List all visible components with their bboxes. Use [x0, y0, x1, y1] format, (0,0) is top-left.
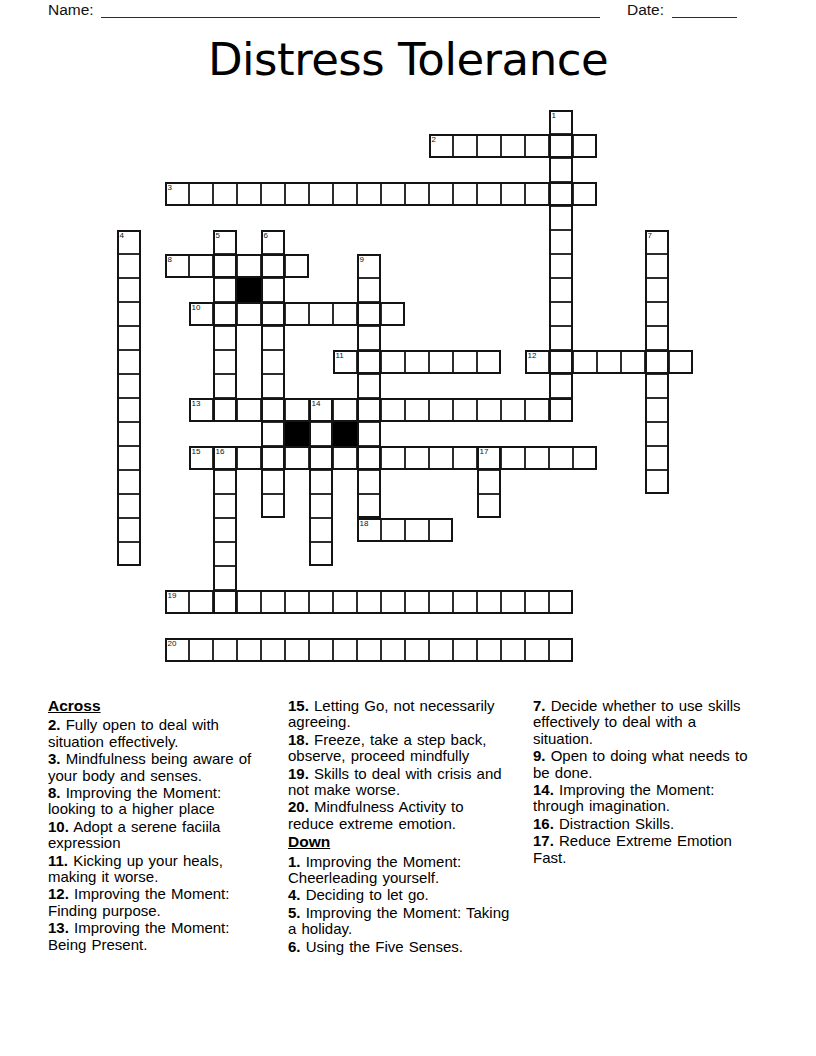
cell[interactable] [381, 446, 405, 470]
clue-16: 16. Distraction Skills. [533, 816, 751, 832]
clue-number: 1. [288, 853, 301, 870]
cell[interactable] [261, 398, 285, 422]
cell[interactable] [357, 302, 381, 326]
cell[interactable] [453, 134, 477, 158]
cell[interactable] [309, 302, 333, 326]
cell[interactable] [501, 590, 525, 614]
cell[interactable] [429, 350, 453, 374]
cell[interactable] [261, 254, 285, 278]
cell[interactable] [333, 398, 357, 422]
cell[interactable] [357, 638, 381, 662]
cell[interactable] [573, 134, 597, 158]
cell[interactable] [525, 350, 549, 374]
cell[interactable] [549, 278, 573, 302]
cell[interactable] [213, 518, 237, 542]
cell[interactable] [453, 638, 477, 662]
cell[interactable] [477, 494, 501, 518]
cell[interactable] [669, 350, 693, 374]
cell[interactable] [381, 638, 405, 662]
across-heading: Across [48, 698, 254, 714]
cell[interactable] [261, 326, 285, 350]
cell[interactable] [645, 470, 669, 494]
clue-number: 2. [48, 716, 61, 733]
clue-19: 19. Skills to deal with crisis and not m… [288, 766, 512, 799]
cell[interactable] [117, 470, 141, 494]
cell[interactable] [237, 590, 261, 614]
cell[interactable] [501, 134, 525, 158]
cell[interactable] [357, 398, 381, 422]
cell[interactable] [357, 278, 381, 302]
cell[interactable] [381, 182, 405, 206]
cell[interactable] [117, 302, 141, 326]
cell[interactable] [549, 398, 573, 422]
cell[interactable] [261, 230, 285, 254]
clue-10: 10. Adopt a serene faciila expression [48, 819, 254, 852]
cell[interactable] [525, 590, 549, 614]
black-cell [237, 278, 261, 302]
clue-3: 3. Mindfulness being aware of your body … [48, 751, 254, 784]
cell[interactable] [357, 590, 381, 614]
cell[interactable] [381, 302, 405, 326]
cell[interactable] [237, 254, 261, 278]
cell[interactable] [285, 182, 309, 206]
cell[interactable] [189, 590, 213, 614]
clue-number: 14. [533, 781, 554, 798]
clue-number: 16. [533, 815, 554, 832]
cell[interactable] [237, 182, 261, 206]
cell[interactable] [309, 422, 333, 446]
clue-number: 18. [288, 731, 309, 748]
cell[interactable] [357, 470, 381, 494]
cell[interactable] [213, 542, 237, 566]
cell[interactable] [213, 374, 237, 398]
cell[interactable] [429, 398, 453, 422]
clue-number: 3. [48, 750, 61, 767]
cell[interactable] [645, 326, 669, 350]
clue-number: 4. [288, 886, 301, 903]
clue-number: 13. [48, 919, 69, 936]
cell[interactable] [213, 326, 237, 350]
name-label: Name: [48, 1, 94, 19]
cell[interactable] [261, 374, 285, 398]
cell[interactable] [357, 374, 381, 398]
cell[interactable] [237, 446, 261, 470]
cell[interactable] [261, 350, 285, 374]
cell[interactable] [213, 254, 237, 278]
cell[interactable] [261, 470, 285, 494]
cell[interactable] [477, 350, 501, 374]
cell[interactable] [549, 182, 573, 206]
clue-5: 5. Improving the Moment: Taking a holida… [288, 905, 512, 938]
crossword-grid: 1234567891011121314151617181920 [117, 110, 693, 662]
cell[interactable] [189, 182, 213, 206]
cell[interactable] [549, 230, 573, 254]
clue-column-down: 7. Decide whether to use skills effectiv… [533, 698, 751, 867]
cell[interactable] [501, 182, 525, 206]
cell[interactable] [309, 638, 333, 662]
cell[interactable] [333, 638, 357, 662]
cell[interactable] [117, 446, 141, 470]
cell[interactable] [333, 590, 357, 614]
cell[interactable] [549, 158, 573, 182]
clue-number: 10. [48, 818, 69, 835]
clue-7: 7. Decide whether to use skills effectiv… [533, 698, 751, 747]
cell[interactable] [309, 542, 333, 566]
cell[interactable] [453, 590, 477, 614]
cell[interactable] [573, 446, 597, 470]
cell[interactable] [261, 494, 285, 518]
clue-number: 9. [533, 747, 546, 764]
cell[interactable] [333, 446, 357, 470]
cell[interactable] [477, 638, 501, 662]
cell[interactable] [117, 278, 141, 302]
cell[interactable] [477, 446, 501, 470]
black-cell [285, 422, 309, 446]
cell[interactable] [117, 326, 141, 350]
cell[interactable] [429, 182, 453, 206]
cell[interactable] [645, 374, 669, 398]
cell[interactable] [117, 422, 141, 446]
cell[interactable] [549, 134, 573, 158]
cell[interactable] [597, 350, 621, 374]
cell[interactable] [213, 494, 237, 518]
clue-number: 6. [288, 938, 301, 955]
name-blank-line[interactable] [101, 17, 600, 18]
cell[interactable] [501, 398, 525, 422]
cell[interactable] [549, 446, 573, 470]
cell[interactable] [645, 254, 669, 278]
cell[interactable] [213, 638, 237, 662]
cell[interactable] [405, 398, 429, 422]
cell[interactable] [261, 182, 285, 206]
clue-15: 15. Letting Go, not necessarily agreeing… [288, 698, 512, 731]
cell[interactable] [405, 518, 429, 542]
cell[interactable] [645, 398, 669, 422]
cell[interactable] [309, 518, 333, 542]
cell[interactable] [645, 350, 669, 374]
cell[interactable] [309, 470, 333, 494]
clue-12: 12. Improving the Moment: Finding purpos… [48, 886, 254, 919]
cell[interactable] [453, 182, 477, 206]
cell[interactable] [261, 278, 285, 302]
cell[interactable] [621, 350, 645, 374]
cell[interactable] [237, 398, 261, 422]
clue-9: 9. Open to doing what needs to be done. [533, 748, 751, 781]
cell[interactable] [333, 350, 357, 374]
cell[interactable] [477, 134, 501, 158]
cell[interactable] [189, 446, 213, 470]
cell[interactable] [165, 590, 189, 614]
cell[interactable] [525, 398, 549, 422]
cell[interactable] [357, 182, 381, 206]
cell[interactable] [213, 470, 237, 494]
cell[interactable] [285, 398, 309, 422]
cell[interactable] [453, 398, 477, 422]
cell[interactable] [525, 134, 549, 158]
clue-17: 17. Reduce Extreme Emotion Fast. [533, 833, 751, 866]
cell[interactable] [381, 398, 405, 422]
cell[interactable] [405, 350, 429, 374]
cell[interactable] [549, 350, 573, 374]
cell[interactable] [309, 182, 333, 206]
cell[interactable] [309, 446, 333, 470]
cell[interactable] [549, 302, 573, 326]
cell[interactable] [357, 326, 381, 350]
cell[interactable] [477, 470, 501, 494]
clue-number: 5. [288, 904, 301, 921]
cell[interactable] [501, 446, 525, 470]
cell[interactable] [357, 422, 381, 446]
clue-number: 20. [288, 798, 309, 815]
cell[interactable] [117, 374, 141, 398]
cell[interactable] [405, 638, 429, 662]
cell[interactable] [357, 494, 381, 518]
cell[interactable] [333, 182, 357, 206]
clue-number: 19. [288, 765, 309, 782]
clue-2: 2. Fully open to deal with situation eff… [48, 717, 254, 750]
cell[interactable] [237, 638, 261, 662]
cell[interactable] [309, 494, 333, 518]
cell[interactable] [213, 446, 237, 470]
cell[interactable] [525, 638, 549, 662]
clue-20: 20. Mindfulness Activity to reduce extre… [288, 799, 512, 832]
cell[interactable] [117, 398, 141, 422]
cell[interactable] [213, 566, 237, 590]
down-heading: Down [288, 834, 512, 850]
cell[interactable] [285, 302, 309, 326]
cell[interactable] [237, 302, 261, 326]
cell[interactable] [549, 110, 573, 134]
cell[interactable] [645, 446, 669, 470]
cell[interactable] [213, 182, 237, 206]
cell[interactable] [309, 398, 333, 422]
cell[interactable] [357, 350, 381, 374]
cell[interactable] [501, 638, 525, 662]
cell[interactable] [453, 350, 477, 374]
date-blank-line[interactable] [672, 17, 737, 18]
cell[interactable] [117, 230, 141, 254]
cell[interactable] [381, 590, 405, 614]
cell[interactable] [117, 350, 141, 374]
cell[interactable] [357, 446, 381, 470]
cell[interactable] [645, 302, 669, 326]
cell[interactable] [645, 422, 669, 446]
clue-1: 1. Improving the Moment: Cheerleading yo… [288, 854, 512, 887]
cell[interactable] [213, 230, 237, 254]
cell[interactable] [429, 446, 453, 470]
cell[interactable] [117, 542, 141, 566]
cell[interactable] [429, 518, 453, 542]
cell[interactable] [357, 518, 381, 542]
cell[interactable] [549, 206, 573, 230]
clue-18: 18. Freeze, take a step back, observe, p… [288, 732, 512, 765]
cell[interactable] [189, 302, 213, 326]
cell[interactable] [189, 398, 213, 422]
clue-number: 15. [288, 697, 309, 714]
black-cell [333, 422, 357, 446]
cell[interactable] [285, 446, 309, 470]
cell[interactable] [117, 494, 141, 518]
cell[interactable] [477, 182, 501, 206]
cell[interactable] [309, 590, 333, 614]
cell[interactable] [549, 590, 573, 614]
cell[interactable] [213, 398, 237, 422]
cell[interactable] [189, 638, 213, 662]
clue-14: 14. Improving the Moment: through imagin… [533, 782, 751, 815]
cell[interactable] [261, 446, 285, 470]
cell[interactable] [477, 398, 501, 422]
clue-number: 11. [48, 852, 68, 869]
cell[interactable] [333, 302, 357, 326]
cell[interactable] [213, 302, 237, 326]
cell[interactable] [525, 446, 549, 470]
cell[interactable] [429, 134, 453, 158]
cell[interactable] [261, 590, 285, 614]
cell[interactable] [117, 518, 141, 542]
cell[interactable] [645, 278, 669, 302]
cell[interactable] [285, 638, 309, 662]
cell[interactable] [165, 254, 189, 278]
cell[interactable] [189, 254, 213, 278]
cell[interactable] [549, 254, 573, 278]
cell[interactable] [453, 446, 477, 470]
cell[interactable] [117, 254, 141, 278]
cell[interactable] [285, 590, 309, 614]
cell[interactable] [549, 638, 573, 662]
cell[interactable] [405, 182, 429, 206]
clue-number: 17. [533, 832, 554, 849]
clue-number: 7. [533, 697, 546, 714]
cell[interactable] [549, 374, 573, 398]
clue-8: 8. Improving the Moment: looking to a hi… [48, 785, 254, 818]
clue-4: 4. Deciding to let go. [288, 887, 512, 903]
clue-column-across: Across2. Fully open to deal with situati… [48, 698, 254, 954]
cell[interactable] [213, 278, 237, 302]
cell[interactable] [381, 350, 405, 374]
clue-number: 8. [48, 784, 61, 801]
cell[interactable] [405, 590, 429, 614]
cell[interactable] [645, 230, 669, 254]
cell[interactable] [429, 638, 453, 662]
cell[interactable] [357, 254, 381, 278]
clue-number: 12. [48, 885, 69, 902]
cell[interactable] [405, 446, 429, 470]
cell[interactable] [213, 350, 237, 374]
cell[interactable] [477, 590, 501, 614]
cell[interactable] [429, 590, 453, 614]
cell[interactable] [381, 518, 405, 542]
date-label: Date: [627, 1, 664, 19]
cell[interactable] [525, 182, 549, 206]
clue-11: 11. Kicking up your heals, making it wor… [48, 853, 254, 886]
cell[interactable] [549, 326, 573, 350]
cell[interactable] [573, 182, 597, 206]
page-title: Distress Tolerance [0, 33, 816, 86]
clue-6: 6. Using the Five Senses. [288, 939, 512, 955]
cell[interactable] [165, 638, 189, 662]
cell[interactable] [285, 254, 309, 278]
cell[interactable] [213, 590, 237, 614]
cell[interactable] [261, 302, 285, 326]
clue-column-middle: 15. Letting Go, not necessarily agreeing… [288, 698, 512, 956]
clue-13: 13. Improving the Moment: Being Present. [48, 920, 254, 953]
cell[interactable] [261, 422, 285, 446]
cell[interactable] [573, 350, 597, 374]
cell[interactable] [261, 638, 285, 662]
cell[interactable] [165, 182, 189, 206]
